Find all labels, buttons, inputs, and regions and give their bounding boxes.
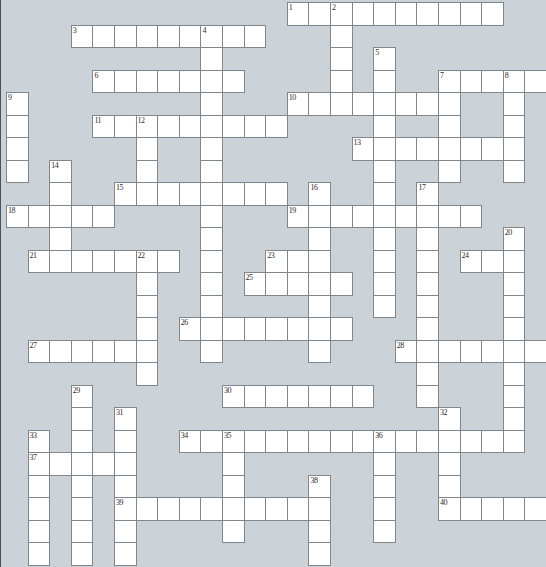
cell-r15c3[interactable]	[71, 340, 94, 364]
cell-r5c10[interactable]	[222, 115, 245, 139]
cell-r8c9[interactable]	[200, 182, 223, 206]
cell-r3c5[interactable]	[114, 70, 137, 94]
cell-r9c15[interactable]	[330, 205, 353, 229]
cell-r12c11[interactable]: 25	[244, 272, 267, 296]
cell-r19c1[interactable]: 33	[28, 430, 51, 454]
cell-r12c15[interactable]	[330, 272, 353, 296]
cell-r21c3[interactable]	[71, 475, 94, 499]
cell-r6c19[interactable]	[416, 137, 439, 161]
crossword-puzzle-page: 1234567891011121314151617181920212223242…	[0, 0, 546, 567]
cell-r3c10[interactable]	[222, 70, 245, 94]
cell-r23c17[interactable]	[373, 520, 396, 544]
cell-r0c21[interactable]	[460, 2, 483, 26]
cell-r11c2[interactable]	[49, 250, 72, 274]
cell-r14c15[interactable]	[330, 317, 353, 341]
cell-r15c20[interactable]	[438, 340, 461, 364]
cell-r5c4[interactable]: 11	[92, 115, 115, 139]
cell-r1c9[interactable]: 4	[200, 25, 223, 49]
clue-number-39: 39	[116, 498, 123, 507]
cell-r17c16[interactable]	[352, 385, 375, 409]
cell-r8c10[interactable]	[222, 182, 245, 206]
clue-number-36: 36	[375, 431, 382, 440]
cell-r15c5[interactable]	[114, 340, 137, 364]
clue-number-10: 10	[289, 93, 296, 102]
cell-r14c19[interactable]	[416, 317, 439, 341]
cell-r4c17[interactable]	[373, 92, 396, 116]
cell-r13c17[interactable]	[373, 295, 396, 319]
cell-r2c15[interactable]	[330, 47, 353, 71]
cell-r15c21[interactable]	[460, 340, 483, 364]
cell-r12c17[interactable]	[373, 272, 396, 296]
cell-r3c6[interactable]	[136, 70, 159, 94]
clue-number-8: 8	[505, 71, 509, 80]
cell-r20c10[interactable]	[222, 452, 245, 476]
cell-r4c19[interactable]	[416, 92, 439, 116]
cell-r16c23[interactable]	[503, 362, 526, 386]
cell-r19c23[interactable]	[503, 430, 526, 454]
cell-r11c17[interactable]	[373, 250, 396, 274]
cell-r19c19[interactable]	[416, 430, 439, 454]
cell-r22c8[interactable]	[179, 497, 202, 521]
cell-r20c1[interactable]: 37	[28, 452, 51, 476]
cell-r9c18[interactable]	[395, 205, 418, 229]
cell-r1c7[interactable]	[157, 25, 180, 49]
cell-r12c9[interactable]	[200, 272, 223, 296]
cell-r9c19[interactable]	[416, 205, 439, 229]
cell-r15c9[interactable]	[200, 340, 223, 364]
cell-r19c5[interactable]	[114, 430, 137, 454]
cell-r11c9[interactable]	[200, 250, 223, 274]
clue-number-17: 17	[418, 183, 425, 192]
cell-r14c10[interactable]	[222, 317, 245, 341]
cell-r9c1[interactable]	[28, 205, 51, 229]
cell-r7c17[interactable]	[373, 160, 396, 184]
cell-r15c23[interactable]	[503, 340, 526, 364]
cell-r0c17[interactable]	[373, 2, 396, 26]
cell-r5c23[interactable]	[503, 115, 526, 139]
cell-r15c22[interactable]	[481, 340, 504, 364]
cell-r9c21[interactable]	[460, 205, 483, 229]
cell-r0c16[interactable]	[352, 2, 375, 26]
cell-r15c6[interactable]	[136, 340, 159, 364]
cell-r16c19[interactable]	[416, 362, 439, 386]
cell-r21c17[interactable]	[373, 475, 396, 499]
cell-r22c3[interactable]	[71, 497, 94, 521]
cell-r21c14[interactable]: 38	[308, 475, 331, 499]
cell-r3c15[interactable]	[330, 70, 353, 94]
cell-r19c21[interactable]	[460, 430, 483, 454]
cell-r10c23[interactable]: 20	[503, 227, 526, 251]
cell-r6c0[interactable]	[6, 137, 29, 161]
cell-r20c2[interactable]	[49, 452, 72, 476]
cell-r6c18[interactable]	[395, 137, 418, 161]
clue-number-3: 3	[73, 26, 77, 35]
cell-r20c3[interactable]	[71, 452, 94, 476]
cell-r9c14[interactable]	[308, 205, 331, 229]
cell-r7c9[interactable]	[200, 160, 223, 184]
cell-r17c11[interactable]	[244, 385, 267, 409]
cell-r23c3[interactable]	[71, 520, 94, 544]
cell-r3c24[interactable]	[524, 70, 546, 94]
cell-r4c13[interactable]: 10	[287, 92, 310, 116]
cell-r21c10[interactable]	[222, 475, 245, 499]
cell-r5c5[interactable]	[114, 115, 137, 139]
cell-r10c9[interactable]	[200, 227, 223, 251]
cell-r15c14[interactable]	[308, 340, 331, 364]
cell-r5c12[interactable]	[265, 115, 288, 139]
cell-r8c11[interactable]	[244, 182, 267, 206]
clue-number-38: 38	[310, 476, 317, 485]
clue-number-20: 20	[505, 228, 512, 237]
cell-r15c1[interactable]: 27	[28, 340, 51, 364]
clue-number-27: 27	[30, 341, 37, 350]
cell-r9c13[interactable]: 19	[287, 205, 310, 229]
cell-r7c6[interactable]	[136, 160, 159, 184]
cell-r1c15[interactable]	[330, 25, 353, 49]
cell-r19c15[interactable]	[330, 430, 353, 454]
cell-r8c19[interactable]: 17	[416, 182, 439, 206]
cell-r17c15[interactable]	[330, 385, 353, 409]
cell-r11c23[interactable]	[503, 250, 526, 274]
clue-number-25: 25	[246, 273, 253, 282]
cell-r23c5[interactable]	[114, 520, 137, 544]
cell-r4c14[interactable]	[308, 92, 331, 116]
cell-r8c2[interactable]	[49, 182, 72, 206]
clue-number-40: 40	[440, 498, 447, 507]
cell-r10c19[interactable]	[416, 227, 439, 251]
cell-r22c10[interactable]	[222, 497, 245, 521]
cell-r0c20[interactable]	[438, 2, 461, 26]
cell-r22c13[interactable]	[287, 497, 310, 521]
cell-r15c18[interactable]: 28	[395, 340, 418, 364]
cell-r24c5[interactable]	[114, 542, 137, 566]
cell-r11c13[interactable]	[287, 250, 310, 274]
cell-r9c20[interactable]	[438, 205, 461, 229]
cell-r17c19[interactable]	[416, 385, 439, 409]
cell-r22c1[interactable]	[28, 497, 51, 521]
cell-r4c15[interactable]	[330, 92, 353, 116]
cell-r19c20[interactable]	[438, 430, 461, 454]
cell-r20c17[interactable]	[373, 452, 396, 476]
cell-r0c18[interactable]	[395, 2, 418, 26]
cell-r23c10[interactable]	[222, 520, 245, 544]
cell-r7c0[interactable]	[6, 160, 29, 184]
cell-r13c19[interactable]	[416, 295, 439, 319]
cell-r1c5[interactable]	[114, 25, 137, 49]
clue-number-6: 6	[94, 71, 98, 80]
cell-r1c11[interactable]	[244, 25, 267, 49]
cell-r22c17[interactable]	[373, 497, 396, 521]
cell-r11c22[interactable]	[481, 250, 504, 274]
cell-r5c20[interactable]	[438, 115, 461, 139]
cell-r11c1[interactable]: 21	[28, 250, 51, 274]
cell-r22c7[interactable]	[157, 497, 180, 521]
cell-r9c16[interactable]	[352, 205, 375, 229]
cell-r22c6[interactable]	[136, 497, 159, 521]
cell-r3c9[interactable]	[200, 70, 223, 94]
cell-r1c10[interactable]	[222, 25, 245, 49]
cell-r10c2[interactable]	[49, 227, 72, 251]
cell-r14c6[interactable]	[136, 317, 159, 341]
cell-r14c9[interactable]	[200, 317, 223, 341]
cell-r12c23[interactable]	[503, 272, 526, 296]
cell-r17c14[interactable]	[308, 385, 331, 409]
cell-r10c14[interactable]	[308, 227, 331, 251]
cell-r11c6[interactable]: 22	[136, 250, 159, 274]
cell-r8c12[interactable]	[265, 182, 288, 206]
cell-r19c8[interactable]: 34	[179, 430, 202, 454]
cell-r6c20[interactable]	[438, 137, 461, 161]
cell-r19c13[interactable]	[287, 430, 310, 454]
clue-number-30: 30	[224, 386, 231, 395]
cell-r18c23[interactable]	[503, 407, 526, 431]
cell-r11c4[interactable]	[92, 250, 115, 274]
crossword-board: 1234567891011121314151617181920212223242…	[0, 0, 546, 567]
cell-r11c12[interactable]: 23	[265, 250, 288, 274]
cell-r19c16[interactable]	[352, 430, 375, 454]
clue-number-31: 31	[116, 408, 123, 417]
cell-r9c9[interactable]	[200, 205, 223, 229]
cell-r4c23[interactable]	[503, 92, 526, 116]
cell-r0c19[interactable]	[416, 2, 439, 26]
cell-r0c15[interactable]: 2	[330, 2, 353, 26]
cell-r8c8[interactable]	[179, 182, 202, 206]
cell-r3c22[interactable]	[481, 70, 504, 94]
cell-r6c17[interactable]	[373, 137, 396, 161]
cell-r5c17[interactable]	[373, 115, 396, 139]
cell-r6c23[interactable]	[503, 137, 526, 161]
cell-r14c13[interactable]	[287, 317, 310, 341]
cell-r19c11[interactable]	[244, 430, 267, 454]
cell-r24c3[interactable]	[71, 542, 94, 566]
cell-r20c4[interactable]	[92, 452, 115, 476]
cell-r14c23[interactable]	[503, 317, 526, 341]
cell-r13c23[interactable]	[503, 295, 526, 319]
cell-r17c12[interactable]	[265, 385, 288, 409]
cell-r15c19[interactable]	[416, 340, 439, 364]
cell-r14c14[interactable]	[308, 317, 331, 341]
cell-r24c1[interactable]	[28, 542, 51, 566]
cell-r15c4[interactable]	[92, 340, 115, 364]
clue-number-7: 7	[440, 71, 444, 80]
cell-r11c5[interactable]	[114, 250, 137, 274]
cell-r8c7[interactable]	[157, 182, 180, 206]
cell-r22c20[interactable]: 40	[438, 497, 461, 521]
clue-number-13: 13	[354, 138, 361, 147]
cell-r17c13[interactable]	[287, 385, 310, 409]
cell-r15c2[interactable]	[49, 340, 72, 364]
clue-number-22: 22	[138, 251, 145, 260]
cell-r11c7[interactable]	[157, 250, 180, 274]
cell-r12c6[interactable]	[136, 272, 159, 296]
cell-r17c23[interactable]	[503, 385, 526, 409]
cell-r8c5[interactable]: 15	[114, 182, 137, 206]
cell-r9c17[interactable]	[373, 205, 396, 229]
cell-r20c20[interactable]	[438, 452, 461, 476]
cell-r8c14[interactable]: 16	[308, 182, 331, 206]
clue-number-2: 2	[332, 3, 336, 12]
clue-number-14: 14	[51, 161, 58, 170]
clue-number-18: 18	[8, 206, 15, 215]
cell-r23c1[interactable]	[28, 520, 51, 544]
cell-r19c18[interactable]	[395, 430, 418, 454]
cell-r1c8[interactable]	[179, 25, 202, 49]
cell-r19c9[interactable]	[200, 430, 223, 454]
cell-r9c2[interactable]	[49, 205, 72, 229]
cell-r14c12[interactable]	[265, 317, 288, 341]
cell-r6c16[interactable]: 13	[352, 137, 375, 161]
cell-r12c19[interactable]	[416, 272, 439, 296]
cell-r3c23[interactable]: 8	[503, 70, 526, 94]
cell-r17c3[interactable]: 29	[71, 385, 94, 409]
cell-r3c8[interactable]	[179, 70, 202, 94]
cell-r18c5[interactable]: 31	[114, 407, 137, 431]
cell-r19c3[interactable]	[71, 430, 94, 454]
cell-r4c9[interactable]	[200, 92, 223, 116]
cell-r0c13[interactable]: 1	[287, 2, 310, 26]
clue-number-12: 12	[138, 116, 145, 125]
cell-r1c4[interactable]	[92, 25, 115, 49]
cell-r12c13[interactable]	[287, 272, 310, 296]
cell-r4c20[interactable]	[438, 92, 461, 116]
cell-r22c12[interactable]	[265, 497, 288, 521]
cell-r4c16[interactable]	[352, 92, 375, 116]
cell-r7c23[interactable]	[503, 160, 526, 184]
cell-r23c14[interactable]	[308, 520, 331, 544]
cell-r8c6[interactable]	[136, 182, 159, 206]
cell-r3c4[interactable]: 6	[92, 70, 115, 94]
cell-r21c20[interactable]	[438, 475, 461, 499]
clue-number-28: 28	[397, 341, 404, 350]
clue-number-21: 21	[30, 251, 37, 260]
cell-r2c9[interactable]	[200, 47, 223, 71]
cell-r6c21[interactable]	[460, 137, 483, 161]
clue-number-16: 16	[310, 183, 317, 192]
clue-number-4: 4	[202, 26, 206, 35]
cell-r22c22[interactable]	[481, 497, 504, 521]
cell-r13c14[interactable]	[308, 295, 331, 319]
cell-r16c6[interactable]	[136, 362, 159, 386]
cell-r21c1[interactable]	[28, 475, 51, 499]
clue-number-34: 34	[181, 431, 188, 440]
cell-r0c14[interactable]	[308, 2, 331, 26]
cell-r19c10[interactable]: 35	[222, 430, 245, 454]
cell-r5c0[interactable]	[6, 115, 29, 139]
cell-r7c20[interactable]	[438, 160, 461, 184]
cell-r17c10[interactable]: 30	[222, 385, 245, 409]
cell-r3c21[interactable]	[460, 70, 483, 94]
clue-number-19: 19	[289, 206, 296, 215]
cell-r22c5[interactable]: 39	[114, 497, 137, 521]
cell-r9c3[interactable]	[71, 205, 94, 229]
cell-r19c22[interactable]	[481, 430, 504, 454]
clue-number-9: 9	[8, 93, 12, 102]
cell-r14c11[interactable]	[244, 317, 267, 341]
cell-r11c19[interactable]	[416, 250, 439, 274]
cell-r1c3[interactable]: 3	[71, 25, 94, 49]
cell-r11c21[interactable]: 24	[460, 250, 483, 274]
cell-r18c3[interactable]	[71, 407, 94, 431]
cell-r12c12[interactable]	[265, 272, 288, 296]
cell-r3c17[interactable]	[373, 70, 396, 94]
cell-r7c2[interactable]: 14	[49, 160, 72, 184]
cell-r15c24[interactable]	[524, 340, 546, 364]
clue-number-37: 37	[30, 453, 37, 462]
cell-r9c0[interactable]: 18	[6, 205, 29, 229]
cell-r11c14[interactable]	[308, 250, 331, 274]
cell-r6c9[interactable]	[200, 137, 223, 161]
cell-r19c17[interactable]: 36	[373, 430, 396, 454]
cell-r4c0[interactable]: 9	[6, 92, 29, 116]
clue-number-5: 5	[375, 48, 379, 57]
clue-number-24: 24	[462, 251, 469, 260]
clue-number-23: 23	[267, 251, 274, 260]
cell-r10c17[interactable]	[373, 227, 396, 251]
cell-r22c14[interactable]	[308, 497, 331, 521]
cell-r6c6[interactable]	[136, 137, 159, 161]
cell-r21c5[interactable]	[114, 475, 137, 499]
clue-number-35: 35	[224, 431, 231, 440]
clue-number-29: 29	[73, 386, 80, 395]
cell-r14c8[interactable]: 26	[179, 317, 202, 341]
cell-r18c20[interactable]: 32	[438, 407, 461, 431]
cell-r8c17[interactable]	[373, 182, 396, 206]
clue-number-33: 33	[30, 431, 37, 440]
cell-r3c7[interactable]	[157, 70, 180, 94]
cell-r0c22[interactable]	[481, 2, 504, 26]
clue-number-32: 32	[440, 408, 447, 417]
cell-r5c6[interactable]: 12	[136, 115, 159, 139]
cell-r6c22[interactable]	[481, 137, 504, 161]
cell-r5c11[interactable]	[244, 115, 267, 139]
cell-r22c9[interactable]	[200, 497, 223, 521]
cell-r13c6[interactable]	[136, 295, 159, 319]
cell-r19c14[interactable]	[308, 430, 331, 454]
clue-number-1: 1	[289, 3, 293, 12]
cell-r1c6[interactable]	[136, 25, 159, 49]
cell-r22c24[interactable]	[524, 497, 546, 521]
cell-r22c23[interactable]	[503, 497, 526, 521]
cell-r9c4[interactable]	[92, 205, 115, 229]
cell-r22c11[interactable]	[244, 497, 267, 521]
cell-r2c17[interactable]: 5	[373, 47, 396, 71]
cell-r11c3[interactable]	[71, 250, 94, 274]
clue-number-15: 15	[116, 183, 123, 192]
clue-number-11: 11	[94, 116, 101, 125]
cell-r5c8[interactable]	[179, 115, 202, 139]
cell-r4c18[interactable]	[395, 92, 418, 116]
cell-r20c5[interactable]	[114, 452, 137, 476]
cell-r12c14[interactable]	[308, 272, 331, 296]
cell-r13c9[interactable]	[200, 295, 223, 319]
clue-number-26: 26	[181, 318, 188, 327]
cell-r24c14[interactable]	[308, 542, 331, 566]
cell-r3c20[interactable]: 7	[438, 70, 461, 94]
cell-r19c12[interactable]	[265, 430, 288, 454]
cell-r5c9[interactable]	[200, 115, 223, 139]
cell-r5c7[interactable]	[157, 115, 180, 139]
cell-r22c21[interactable]	[460, 497, 483, 521]
